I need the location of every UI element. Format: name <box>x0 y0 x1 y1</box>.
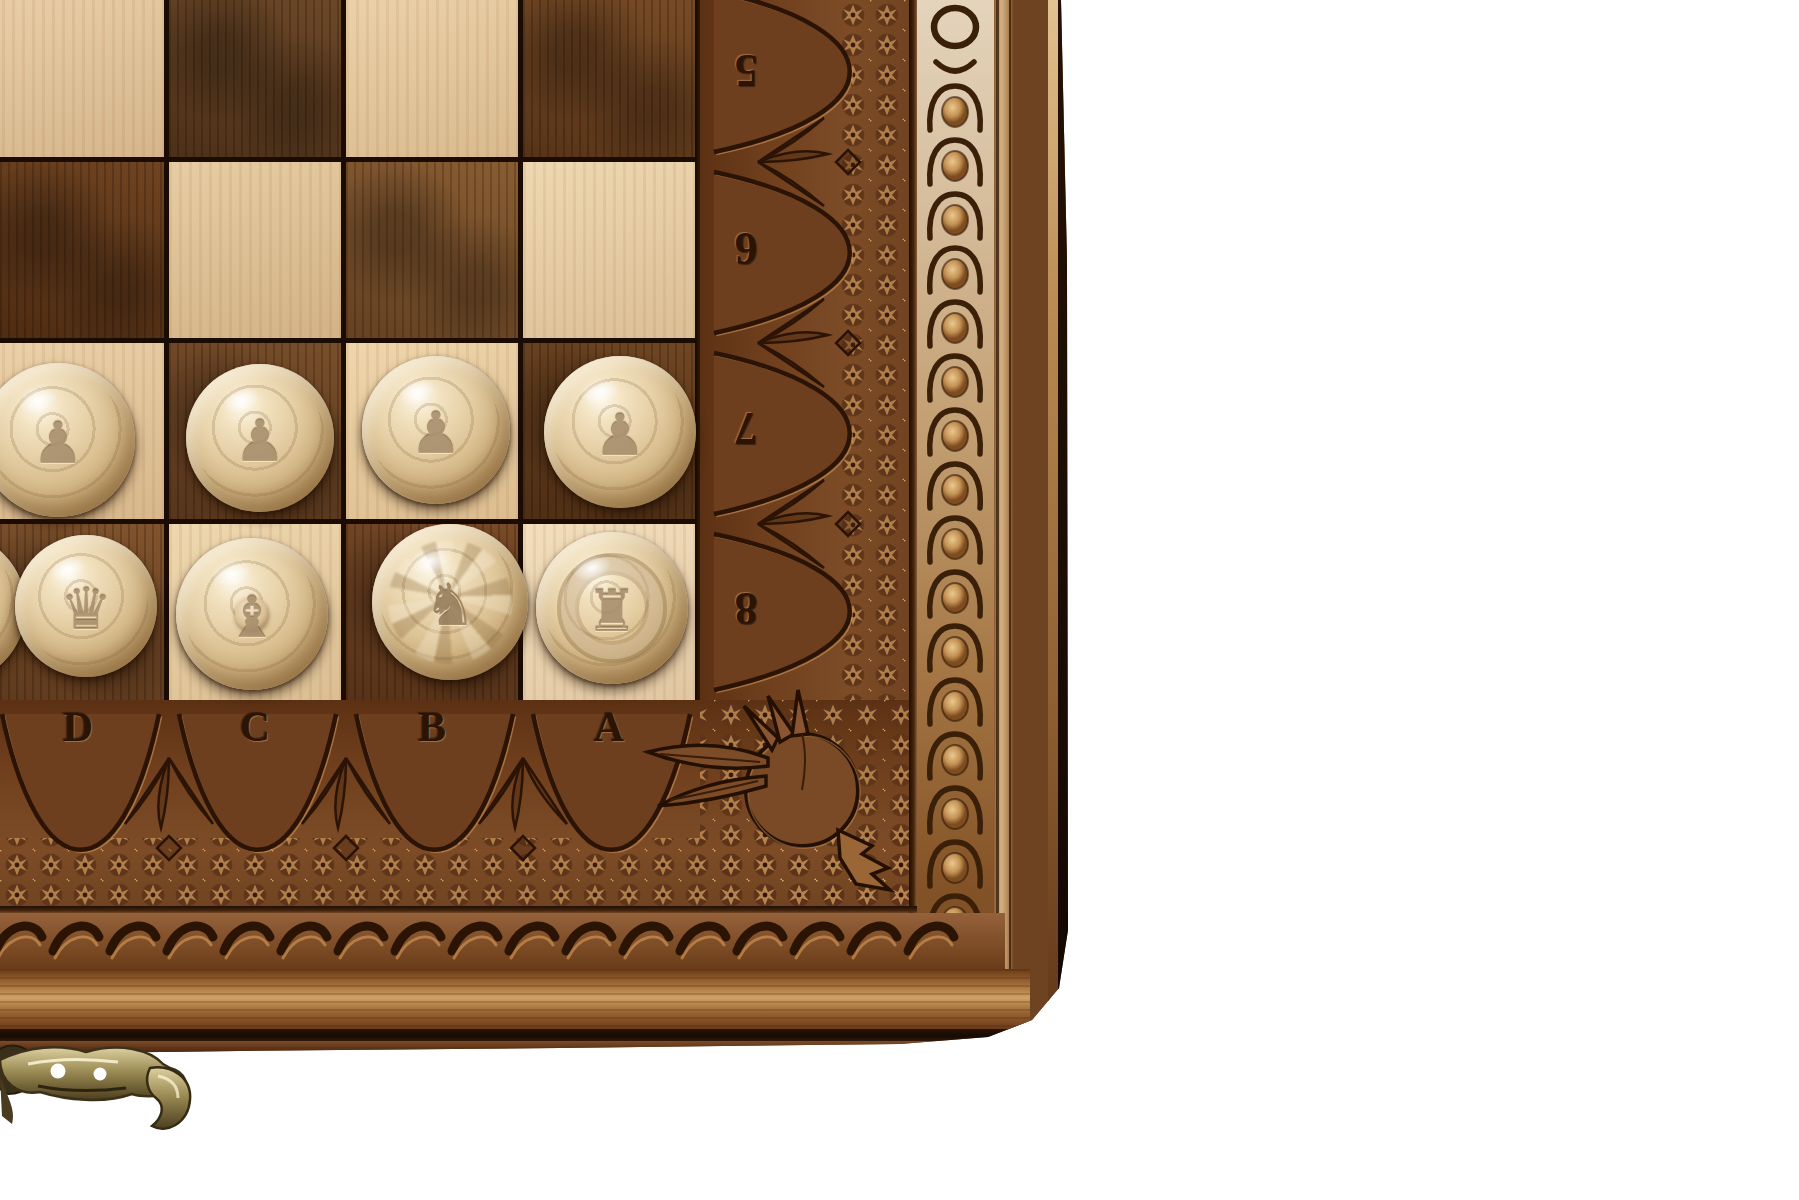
square-c5[interactable] <box>169 0 341 157</box>
piece-pawn-a7[interactable]: ♟ <box>544 356 696 508</box>
rank-label-6: 6 <box>735 222 758 275</box>
square-d6[interactable] <box>0 162 164 338</box>
piece-glyph: ♝ <box>226 583 278 651</box>
piece-glyph: ♛ <box>60 575 112 643</box>
file-label-A: A <box>594 703 624 751</box>
chevron-band <box>917 0 994 1008</box>
box-outer-edge-right <box>1014 0 1050 1040</box>
square-d5[interactable] <box>0 0 164 157</box>
piece-pawn-b7[interactable]: ♟ <box>362 356 510 504</box>
pomegranate-motif <box>640 688 930 903</box>
box-edge-shadow-right <box>1058 0 1068 1050</box>
lid-edge-bottom <box>0 969 1030 1029</box>
piece-rook-a8[interactable]: ♜ <box>536 532 688 684</box>
crescent-band <box>0 913 1005 969</box>
chevron-carvings <box>917 0 994 1008</box>
rank-label-7: 7 <box>735 402 758 455</box>
rank-label-5: 5 <box>735 44 758 97</box>
piece-pawn-c7[interactable]: ♟ <box>186 364 334 512</box>
square-a5[interactable] <box>523 0 695 157</box>
border-separator-right <box>909 0 917 968</box>
square-a6[interactable] <box>523 162 695 338</box>
rank-label-8: 8 <box>735 582 758 635</box>
game-box: 5678 <box>0 0 1068 1140</box>
crescent-carvings <box>0 913 1005 969</box>
brass-latch <box>0 1036 218 1148</box>
file-label-D: D <box>63 703 93 751</box>
square-b6[interactable] <box>346 162 518 338</box>
piece-glyph: ♟ <box>410 399 462 467</box>
piece-glyph: ♜ <box>586 577 638 645</box>
lid-ridge-right <box>994 0 1014 1030</box>
piece-glyph: ♟ <box>594 401 646 469</box>
photo-canvas: 5678 <box>0 0 1799 1200</box>
square-b5[interactable] <box>346 0 518 157</box>
square-c6[interactable] <box>169 162 341 338</box>
file-label-C: C <box>240 703 270 751</box>
piece-glyph: ♞ <box>424 571 476 639</box>
piece-queen-d8[interactable]: ♛ <box>15 535 157 677</box>
file-label-B: B <box>418 703 446 751</box>
piece-knight-b8[interactable]: ♞ <box>372 524 528 680</box>
piece-glyph: ♟ <box>32 409 84 477</box>
piece-bishop-c8[interactable]: ♝ <box>176 538 328 690</box>
piece-glyph: ♟ <box>234 407 286 475</box>
